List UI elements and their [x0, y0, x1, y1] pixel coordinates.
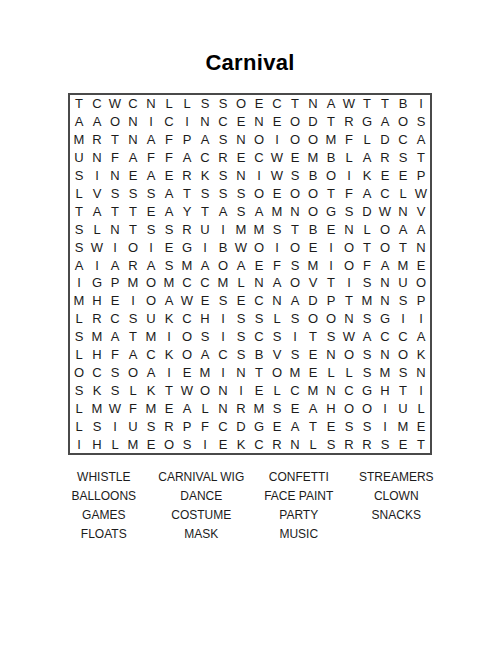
grid-cell: R [88, 310, 106, 328]
grid-cell: O [286, 274, 304, 292]
grid-cell: L [340, 363, 358, 381]
grid-cell: U [70, 149, 88, 167]
grid-cell: N [250, 113, 268, 131]
grid-cell: G [250, 417, 268, 435]
grid-cell: C [88, 95, 106, 113]
grid-cell: C [88, 363, 106, 381]
grid-cell: F [124, 399, 142, 417]
grid-cell: L [340, 149, 358, 167]
grid-cell: H [88, 435, 106, 453]
grid-cell: N [88, 149, 106, 167]
puzzle-page: Carnival TCWCNLLSSOECTNAWTTBIAAONICINCEN… [0, 0, 500, 647]
grid-cell: S [214, 167, 232, 185]
grid-cell: S [232, 184, 250, 202]
grid-cell: N [376, 274, 394, 292]
grid-cell: P [178, 131, 196, 149]
grid-cell: S [214, 292, 232, 310]
grid-cell: E [376, 167, 394, 185]
grid-cell: C [250, 149, 268, 167]
grid-cell: M [178, 256, 196, 274]
grid-cell: C [394, 131, 412, 149]
grid-cell: E [322, 220, 340, 238]
grid-cell: M [286, 363, 304, 381]
grid-cell: N [232, 131, 250, 149]
grid-cell: S [286, 167, 304, 185]
grid-cell: O [250, 131, 268, 149]
grid-cell: E [286, 149, 304, 167]
grid-cell: A [142, 256, 160, 274]
grid-cell: S [268, 220, 286, 238]
grid-cell: I [106, 238, 124, 256]
grid-cell: E [268, 417, 286, 435]
grid-cell: D [304, 113, 322, 131]
grid-cell: O [304, 184, 322, 202]
grid-cell: N [106, 167, 124, 185]
grid-cell: O [376, 238, 394, 256]
grid-cell: N [322, 381, 340, 399]
grid-cell: A [196, 131, 214, 149]
grid-cell: O [304, 131, 322, 149]
grid-cell: O [340, 256, 358, 274]
grid-cell: A [142, 363, 160, 381]
grid-cell: T [322, 184, 340, 202]
grid-cell: A [286, 417, 304, 435]
grid-cell: K [358, 167, 376, 185]
grid-cell: R [160, 417, 178, 435]
grid-cell: S [106, 363, 124, 381]
grid-cell: N [124, 131, 142, 149]
grid-cell: T [106, 131, 124, 149]
grid-cell: R [178, 220, 196, 238]
grid-cell: H [88, 292, 106, 310]
grid-cell: S [214, 95, 232, 113]
word-list-item: MUSIC [250, 525, 348, 544]
grid-cell: E [268, 184, 286, 202]
grid-cell: C [286, 381, 304, 399]
grid-cell: E [412, 417, 430, 435]
grid-cell: T [358, 95, 376, 113]
grid-cell: I [376, 399, 394, 417]
grid-cell: I [160, 363, 178, 381]
grid-cell: L [358, 220, 376, 238]
grid-cell: A [124, 346, 142, 364]
grid-cell: B [394, 95, 412, 113]
grid-cell: O [340, 238, 358, 256]
grid-cell: K [412, 346, 430, 364]
grid-cell: S [232, 328, 250, 346]
grid-cell: A [214, 202, 232, 220]
grid-cell: I [142, 113, 160, 131]
grid-cell: L [70, 184, 88, 202]
grid-cell: L [304, 435, 322, 453]
grid-cell: E [160, 167, 178, 185]
grid-cell: I [412, 95, 430, 113]
grid-cell: S [268, 328, 286, 346]
grid-cell: N [286, 435, 304, 453]
grid-cell: K [160, 346, 178, 364]
grid-cell: W [268, 149, 286, 167]
grid-cell: S [142, 220, 160, 238]
grid-cell: L [106, 435, 124, 453]
grid-cell: T [394, 238, 412, 256]
grid-cell: A [160, 184, 178, 202]
grid-cell: A [412, 220, 430, 238]
grid-cell: S [88, 417, 106, 435]
grid-cell: S [358, 346, 376, 364]
grid-cell: T [124, 328, 142, 346]
grid-cell: F [340, 184, 358, 202]
word-list-item: PARTY [250, 506, 348, 525]
grid-cell: C [340, 381, 358, 399]
grid-cell: O [214, 256, 232, 274]
grid-cell: E [196, 292, 214, 310]
grid-cell: S [106, 381, 124, 399]
grid-cell: D [232, 417, 250, 435]
grid-cell: C [106, 310, 124, 328]
grid-cell: A [358, 149, 376, 167]
grid-cell: P [412, 292, 430, 310]
grid-cell: E [250, 381, 268, 399]
grid-cell: A [142, 167, 160, 185]
word-list-item: COSTUME [153, 506, 251, 525]
grid-cell: A [358, 184, 376, 202]
grid-cell: O [178, 328, 196, 346]
grid-cell: B [250, 346, 268, 364]
grid-cell: A [286, 292, 304, 310]
grid-cell: F [142, 149, 160, 167]
grid-cell: M [376, 363, 394, 381]
grid-cell: V [304, 274, 322, 292]
grid-cell: G [178, 238, 196, 256]
grid-cell: G [88, 274, 106, 292]
puzzle-title: Carnival [0, 50, 500, 76]
grid-cell: L [196, 399, 214, 417]
grid-cell: P [106, 274, 124, 292]
grid-cell: N [232, 363, 250, 381]
grid-cell: E [286, 399, 304, 417]
grid-cell: N [106, 220, 124, 238]
grid-cell: O [142, 292, 160, 310]
grid-cell: M [268, 202, 286, 220]
grid-cell: S [70, 381, 88, 399]
grid-cell: A [106, 256, 124, 274]
grid-cell: O [250, 184, 268, 202]
word-list-column: STREAMERSCLOWNSNACKS [348, 468, 446, 544]
grid-cell: S [358, 417, 376, 435]
grid-cell: M [232, 220, 250, 238]
grid-cell: O [250, 238, 268, 256]
grid-cell: D [304, 292, 322, 310]
grid-cell: S [70, 167, 88, 185]
grid-cell: B [304, 167, 322, 185]
grid-cell: S [142, 184, 160, 202]
grid-cell: M [88, 399, 106, 417]
word-list-item: FLOATS [55, 525, 153, 544]
grid-cell: T [340, 292, 358, 310]
grid-cell: S [358, 274, 376, 292]
grid-cell: F [160, 149, 178, 167]
grid-cell: H [376, 381, 394, 399]
word-list-item: GAMES [55, 506, 153, 525]
word-list-column: CARNIVAL WIGDANCECOSTUMEMASK [153, 468, 251, 544]
grid-cell: W [268, 167, 286, 185]
grid-cell: C [160, 113, 178, 131]
grid-cell: N [250, 274, 268, 292]
grid-cell: T [304, 328, 322, 346]
grid-cell: T [124, 220, 142, 238]
grid-cell: I [196, 435, 214, 453]
grid-cell: N [214, 381, 232, 399]
grid-cell: W [412, 184, 430, 202]
grid-cell: N [322, 346, 340, 364]
grid-cell: S [196, 184, 214, 202]
grid-cell: I [412, 310, 430, 328]
grid-cell: R [340, 435, 358, 453]
grid-cell: O [304, 202, 322, 220]
grid-cell: L [358, 131, 376, 149]
grid-cell: C [178, 274, 196, 292]
grid-cell: I [214, 328, 232, 346]
grid-cell: I [268, 238, 286, 256]
grid-cell: K [88, 381, 106, 399]
grid-cell: A [196, 256, 214, 274]
grid-cell: C [250, 292, 268, 310]
grid-cell: P [412, 167, 430, 185]
grid-cell: L [232, 274, 250, 292]
grid-cell: L [124, 381, 142, 399]
grid-cell: T [160, 381, 178, 399]
grid-cell: D [358, 202, 376, 220]
grid-cell: S [286, 256, 304, 274]
grid-cell: M [304, 256, 322, 274]
grid-cell: A [88, 113, 106, 131]
word-list-item: WHISTLE [55, 468, 153, 487]
grid-cell: E [250, 95, 268, 113]
grid-cell: T [250, 363, 268, 381]
grid-cell: F [358, 256, 376, 274]
grid-cell: S [322, 328, 340, 346]
grid-cell: K [196, 167, 214, 185]
grid-cell: L [178, 95, 196, 113]
word-list-item: MASK [153, 525, 251, 544]
grid-cell: O [394, 346, 412, 364]
word-list-column: WHISTLEBALLOONSGAMESFLOATS [55, 468, 153, 544]
grid-cell: O [232, 95, 250, 113]
grid-cell: A [160, 292, 178, 310]
grid-cell: E [142, 435, 160, 453]
grid-cell: R [124, 256, 142, 274]
grid-cell: H [196, 310, 214, 328]
word-list-item: SNACKS [348, 506, 446, 525]
grid-cell: S [124, 184, 142, 202]
grid-cell: H [88, 346, 106, 364]
grid-cell: T [124, 202, 142, 220]
grid-cell: L [70, 346, 88, 364]
word-list-item: CLOWN [348, 487, 446, 506]
grid-cell: I [250, 167, 268, 185]
grid-cell: T [376, 95, 394, 113]
grid-cell: C [214, 346, 232, 364]
grid-cell: E [178, 363, 196, 381]
grid-cell: S [160, 256, 178, 274]
grid-cell: W [178, 292, 196, 310]
grid-cell: O [124, 363, 142, 381]
grid-cell: G [322, 202, 340, 220]
grid-cell: E [124, 167, 142, 185]
grid-cell: S [358, 363, 376, 381]
grid-cell: S [232, 202, 250, 220]
grid-cell: I [412, 381, 430, 399]
grid-cell: A [250, 202, 268, 220]
grid-cell: C [214, 113, 232, 131]
grid-cell: A [160, 202, 178, 220]
grid-cell: F [160, 131, 178, 149]
grid-cell: I [340, 274, 358, 292]
grid-cell: N [376, 346, 394, 364]
grid-cell: R [88, 131, 106, 149]
grid-cell: M [142, 399, 160, 417]
grid-cell: G [376, 310, 394, 328]
grid-cell: A [376, 256, 394, 274]
grid-cell: T [322, 113, 340, 131]
grid-cell: A [232, 256, 250, 274]
grid-cell: B [214, 238, 232, 256]
grid-cell: N [340, 310, 358, 328]
word-list-item: DANCE [153, 487, 251, 506]
grid-cell: L [160, 95, 178, 113]
grid-cell: M [196, 363, 214, 381]
grid-cell: L [322, 363, 340, 381]
grid-cell: I [88, 167, 106, 185]
grid-cell: W [340, 95, 358, 113]
grid-cell: N [394, 202, 412, 220]
word-list-item: BALLOONS [55, 487, 153, 506]
grid-cell: I [214, 220, 232, 238]
grid-cell: H [322, 399, 340, 417]
grid-cell: M [160, 274, 178, 292]
grid-cell: A [268, 274, 286, 292]
grid-cell: O [142, 274, 160, 292]
word-list-column: CONFETTIFACE PAINTPARTYMUSIC [250, 468, 348, 544]
grid-cell: A [322, 95, 340, 113]
grid-cell: F [106, 149, 124, 167]
grid-cell: O [286, 184, 304, 202]
grid-cell: O [394, 113, 412, 131]
grid-cell: V [412, 202, 430, 220]
grid-cell: F [268, 256, 286, 274]
grid-cell: N [232, 167, 250, 185]
grid-cell: O [304, 310, 322, 328]
grid-cell: E [160, 399, 178, 417]
grid-cell: P [178, 417, 196, 435]
grid-cell: M [124, 274, 142, 292]
grid-cell: S [394, 292, 412, 310]
grid-cell: M [358, 292, 376, 310]
grid-cell: F [340, 131, 358, 149]
grid-cell: M [124, 435, 142, 453]
grid-cell: K [160, 310, 178, 328]
grid-cell: O [358, 399, 376, 417]
grid-cell: M [304, 149, 322, 167]
grid-cell: N [286, 202, 304, 220]
grid-cell: D [376, 131, 394, 149]
grid-cell: S [340, 202, 358, 220]
grid-cell: I [70, 435, 88, 453]
grid-cell: W [106, 95, 124, 113]
grid-cell: C [376, 184, 394, 202]
grid-cell: W [88, 238, 106, 256]
grid-cell: U [142, 310, 160, 328]
grid-cell: W [106, 399, 124, 417]
grid-cell: S [142, 417, 160, 435]
grid-cell: K [232, 435, 250, 453]
grid-cell: N [268, 292, 286, 310]
word-search-grid: TCWCNLLSSOECTNAWTTBIAAONICINCENEODTRGAOS… [68, 93, 432, 455]
grid-cell: K [142, 381, 160, 399]
grid-cell: R [268, 435, 286, 453]
grid-cell: E [232, 149, 250, 167]
grid-cell: S [124, 310, 142, 328]
grid-cell: S [340, 417, 358, 435]
grid-cell: S [106, 184, 124, 202]
grid-cell: I [232, 381, 250, 399]
grid-cell: S [160, 220, 178, 238]
grid-cell: E [394, 435, 412, 453]
grid-cell: I [106, 417, 124, 435]
grid-cell: N [376, 292, 394, 310]
grid-cell: S [286, 310, 304, 328]
grid-cell: E [394, 167, 412, 185]
grid-cell: S [268, 399, 286, 417]
word-list-item: CARNIVAL WIG [153, 468, 251, 487]
grid-cell: A [196, 346, 214, 364]
grid-cell: T [358, 238, 376, 256]
grid-cell: A [124, 149, 142, 167]
grid-cell: A [178, 149, 196, 167]
grid-cell: O [160, 435, 178, 453]
grid-cell: O [376, 220, 394, 238]
grid-cell: U [196, 220, 214, 238]
grid-cell: C [250, 328, 268, 346]
grid-cell: A [412, 328, 430, 346]
grid-cell: T [304, 417, 322, 435]
grid-cell: C [394, 328, 412, 346]
grid-cell: V [88, 184, 106, 202]
grid-cell: T [394, 381, 412, 399]
word-list-item: STREAMERS [348, 468, 446, 487]
grid-cell: I [322, 256, 340, 274]
grid-cell: S [214, 184, 232, 202]
word-list-item: CONFETTI [250, 468, 348, 487]
grid-cell: W [178, 381, 196, 399]
grid-cell: S [196, 328, 214, 346]
grid-cell: O [268, 363, 286, 381]
grid-cell: M [250, 220, 268, 238]
grid-cell: L [70, 399, 88, 417]
grid-cell: R [178, 167, 196, 185]
grid-cell: O [286, 131, 304, 149]
grid-cell: O [340, 399, 358, 417]
grid-cell: C [124, 95, 142, 113]
grid-cell: E [268, 113, 286, 131]
grid-cell: S [358, 310, 376, 328]
grid-cell: R [358, 435, 376, 453]
grid-cell: I [70, 274, 88, 292]
grid-cell: L [70, 310, 88, 328]
grid-cell: U [394, 274, 412, 292]
grid-cell: T [322, 274, 340, 292]
grid-cell: T [196, 202, 214, 220]
